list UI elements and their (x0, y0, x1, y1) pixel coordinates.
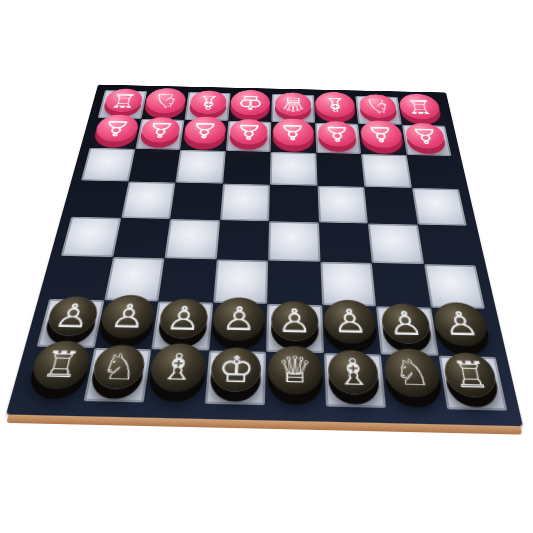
piece-pink-pawn-f7: ♙ (318, 121, 357, 147)
square-g1: ♘ (381, 354, 447, 409)
piece-black-knight-b1: ♘ (90, 344, 147, 389)
piece-pink-knight-g8: ♘ (358, 94, 397, 118)
square-c6 (175, 150, 225, 184)
square-a1: ♖ (22, 346, 94, 401)
square-c4 (165, 219, 220, 259)
square-g7: ♙ (358, 124, 406, 155)
piece-pink-bishop-f8: ♗ (315, 92, 356, 118)
square-f1: ♗ (323, 353, 386, 408)
rook-glyph: ♖ (405, 97, 435, 117)
square-d4 (216, 220, 269, 261)
pawn-glyph: ♙ (164, 301, 202, 334)
square-h1: ♖ (438, 356, 507, 411)
piece-pink-bishop-c8: ♗ (189, 90, 227, 114)
square-e5 (269, 185, 318, 222)
square-h5 (412, 188, 467, 225)
piece-black-knight-g1: ♘ (382, 348, 442, 398)
piece-black-pawn-c2: ♙ (157, 298, 208, 339)
square-g6 (361, 154, 411, 188)
piece-pink-queen-e8: ♕ (275, 92, 311, 116)
square-c7: ♙ (180, 120, 228, 151)
pawn-glyph: ♙ (108, 300, 148, 333)
square-b5 (121, 182, 176, 219)
knight-glyph: ♘ (151, 91, 180, 111)
piece-black-pawn-d2: ♙ (212, 297, 265, 342)
bishop-glyph: ♗ (322, 95, 349, 115)
square-f8: ♗ (314, 95, 358, 124)
pawn-glyph: ♙ (52, 299, 94, 332)
piece-pink-pawn-a7: ♙ (93, 114, 140, 142)
piece-pink-rook-a8: ♖ (103, 88, 144, 112)
pawn-glyph: ♙ (332, 305, 368, 339)
piece-black-bishop-f1: ♗ (328, 349, 380, 395)
square-a6 (81, 148, 135, 182)
piece-pink-pawn-c7: ♙ (183, 116, 227, 144)
square-h4 (417, 224, 475, 265)
square-e3 (267, 260, 321, 305)
square-c1: ♗ (144, 349, 209, 404)
square-a3 (49, 256, 112, 300)
knight-glyph: ♘ (392, 354, 433, 391)
pawn-glyph: ♙ (145, 119, 176, 140)
rook-glyph: ♖ (39, 346, 84, 383)
square-g4 (368, 223, 424, 264)
bishop-glyph: ♗ (334, 353, 372, 390)
square-d7: ♙ (225, 121, 271, 152)
piece-black-rook-a1: ♖ (28, 340, 93, 389)
square-f6 (316, 153, 364, 187)
piece-black-pawn-h2: ♙ (432, 302, 491, 347)
square-d6 (223, 151, 271, 185)
piece-black-pawn-f2: ♙ (324, 299, 378, 344)
piece-pink-pawn-d7: ♙ (229, 119, 268, 145)
piece-black-rook-h1: ♖ (442, 352, 500, 398)
square-e4 (268, 221, 320, 262)
piece-black-pawn-g2: ♙ (380, 303, 432, 344)
knight-glyph: ♘ (98, 348, 140, 385)
pawn-glyph: ♙ (235, 121, 263, 142)
square-g5 (364, 187, 417, 224)
pawn-glyph: ♙ (279, 122, 306, 143)
pawn-glyph: ♙ (277, 304, 312, 338)
rook-glyph: ♖ (449, 356, 492, 393)
piece-pink-king-d8: ♔ (230, 90, 270, 116)
square-a7: ♙ (90, 118, 141, 149)
piece-black-queen-e1: ♕ (267, 345, 322, 395)
square-f7: ♙ (315, 123, 361, 154)
pawn-glyph: ♙ (410, 125, 441, 146)
square-b2: ♙ (94, 300, 158, 349)
piece-pink-pawn-h7: ♙ (404, 123, 446, 149)
knight-glyph: ♘ (363, 96, 392, 116)
king-glyph: ♔ (237, 93, 264, 113)
square-h6 (406, 155, 458, 189)
queen-glyph: ♕ (277, 351, 314, 388)
square-b1: ♘ (83, 348, 151, 403)
pawn-glyph: ♙ (221, 302, 257, 335)
square-h7: ♙ (401, 125, 451, 156)
board-perspective-wrapper: ♖♘♗♔♕♗♘♖♙♙♙♙♙♙♙♙♙♙♙♙♙♙♙♙♖♘♗♔♕♗♘♖ (0, 0, 533, 533)
square-e7: ♙ (271, 122, 316, 153)
square-f4 (318, 222, 371, 263)
chess-board-squares: ♖♘♗♔♕♗♘♖♙♙♙♙♙♙♙♙♙♙♙♙♙♙♙♙♖♘♗♔♕♗♘♖ (22, 90, 507, 410)
square-d1: ♔ (204, 350, 266, 405)
bishop-glyph: ♗ (194, 92, 222, 112)
bishop-glyph: ♗ (158, 349, 198, 386)
pawn-glyph: ♙ (101, 118, 133, 139)
pawn-glyph: ♙ (441, 307, 481, 341)
pawn-glyph: ♙ (366, 124, 396, 145)
piece-black-pawn-a2: ♙ (44, 295, 100, 336)
square-h2: ♙ (430, 307, 495, 357)
piece-black-bishop-c1: ♗ (148, 343, 207, 392)
piece-black-pawn-b2: ♙ (98, 294, 157, 338)
piece-pink-knight-b8: ♘ (144, 88, 187, 114)
square-b7: ♙ (135, 119, 185, 150)
square-d8: ♔ (228, 93, 272, 122)
piece-black-king-d1: ♔ (210, 347, 262, 393)
square-f5 (317, 186, 368, 223)
rook-glyph: ♖ (108, 90, 139, 110)
square-d5 (220, 184, 270, 221)
queen-glyph: ♕ (280, 94, 306, 114)
photo-background: ♖♘♗♔♕♗♘♖♙♙♙♙♙♙♙♙♙♙♙♙♙♙♙♙♖♘♗♔♕♗♘♖ (0, 0, 533, 533)
square-b4 (113, 217, 170, 257)
square-b8: ♘ (141, 91, 188, 120)
piece-pink-pawn-e7: ♙ (273, 118, 314, 146)
piece-pink-rook-h8: ♖ (398, 93, 442, 119)
square-d2: ♙ (209, 302, 267, 351)
square-b6 (128, 149, 180, 183)
pawn-glyph: ♙ (323, 123, 352, 144)
chess-board: ♖♘♗♔♕♗♘♖♙♙♙♙♙♙♙♙♙♙♙♙♙♙♙♙♖♘♗♔♕♗♘♖ (6, 85, 523, 427)
pawn-glyph: ♙ (386, 306, 424, 340)
square-e6 (270, 152, 317, 186)
square-a5 (71, 181, 128, 218)
square-a4 (61, 216, 121, 256)
square-h8: ♖ (397, 97, 445, 126)
square-c3 (158, 258, 216, 303)
piece-pink-pawn-g7: ♙ (359, 120, 403, 148)
square-f2: ♙ (322, 305, 381, 354)
pawn-glyph: ♙ (190, 120, 219, 141)
king-glyph: ♔ (217, 351, 255, 388)
square-g3 (372, 263, 431, 308)
piece-black-pawn-e2: ♙ (271, 300, 319, 341)
square-c5 (170, 183, 222, 220)
square-e1: ♕ (265, 352, 326, 407)
piece-pink-pawn-b7: ♙ (140, 117, 182, 143)
